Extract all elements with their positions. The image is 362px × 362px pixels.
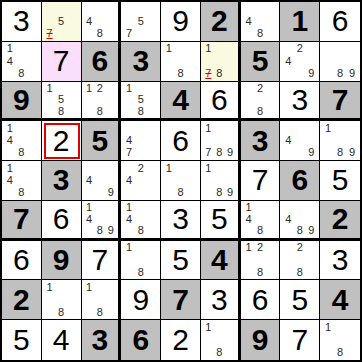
cell-r5c1[interactable]: 148 xyxy=(2,161,42,201)
candidate-1: 1 xyxy=(322,122,334,134)
candidate-grid: 48 xyxy=(241,2,280,41)
cell-r6c4[interactable]: 148 xyxy=(121,201,161,241)
cell-r4c9[interactable]: 189 xyxy=(320,121,360,161)
empty-candidate-slot xyxy=(84,94,95,106)
candidate-8: 8 xyxy=(135,106,147,118)
empty-candidate-slot xyxy=(306,43,318,55)
cell-r5c5[interactable]: 18 xyxy=(161,161,201,201)
cell-r9c6[interactable]: 18 xyxy=(201,320,241,360)
empty-candidate-slot xyxy=(334,55,346,67)
given-digit: 5 xyxy=(92,126,109,156)
empty-candidate-slot xyxy=(163,55,175,67)
solved-digit: 6 xyxy=(13,245,30,275)
empty-candidate-slot xyxy=(322,55,334,67)
empty-candidate-slot xyxy=(186,43,198,55)
candidate-grid: 18 xyxy=(82,280,119,319)
empty-candidate-slot xyxy=(135,135,147,147)
cell-r3c3[interactable]: 128 xyxy=(82,82,122,122)
empty-candidate-slot xyxy=(147,135,159,147)
candidate-9: 9 xyxy=(105,225,116,237)
candidate-grid: 249 xyxy=(280,42,319,81)
given-digit: 4 xyxy=(211,245,228,275)
empty-candidate-slot xyxy=(67,294,79,306)
empty-candidate-slot xyxy=(84,162,95,174)
candidate-5: 5 xyxy=(55,15,67,27)
candidate-grid: 49 xyxy=(82,161,119,200)
cell-r8c2[interactable]: 18 xyxy=(42,280,82,320)
empty-candidate-slot xyxy=(16,135,28,147)
cell-r5c8[interactable]: 6 xyxy=(280,161,320,201)
empty-candidate-slot xyxy=(175,43,187,55)
solved-digit: 6 xyxy=(211,85,228,115)
empty-candidate-slot xyxy=(294,147,306,159)
cell-r4c8[interactable]: 49 xyxy=(280,121,320,161)
solved-digit: 3 xyxy=(211,285,228,315)
candidate-8: 8 xyxy=(16,147,28,159)
empty-candidate-slot xyxy=(214,174,225,186)
cell-r2c1[interactable]: 148 xyxy=(2,42,42,82)
empty-candidate-slot xyxy=(55,83,67,95)
solved-digit: 7 xyxy=(53,46,70,76)
candidate-8: 8 xyxy=(175,187,187,199)
cell-r2c4[interactable]: 3 xyxy=(121,42,161,82)
candidate-8: 8 xyxy=(334,147,346,159)
candidate-4: 4 xyxy=(4,55,16,67)
cell-r7c7[interactable]: 128 xyxy=(241,241,281,281)
cell-r8c8[interactable]: 5 xyxy=(280,280,320,320)
cell-r7c2[interactable]: 9 xyxy=(42,241,82,281)
cell-r8c7[interactable]: 6 xyxy=(241,280,281,320)
candidate-4: 4 xyxy=(4,135,16,147)
empty-candidate-slot xyxy=(27,55,39,67)
empty-candidate-slot xyxy=(254,3,266,15)
given-digit: 9 xyxy=(252,325,269,355)
empty-candidate-slot xyxy=(27,174,39,186)
cell-r8c9[interactable]: 4 xyxy=(320,280,360,320)
candidate-5: 5 xyxy=(55,94,67,106)
candidate-8: 8 xyxy=(135,225,147,237)
cell-r7c5[interactable]: 5 xyxy=(161,241,201,281)
candidate-1: 1 xyxy=(84,202,95,214)
cell-r1c1[interactable]: 3 xyxy=(2,2,42,42)
candidate-4: 4 xyxy=(243,213,255,225)
candidate-1: 1 xyxy=(123,83,135,95)
empty-candidate-slot xyxy=(105,306,116,318)
candidate-1: 1 xyxy=(243,202,255,214)
empty-candidate-slot xyxy=(135,174,147,186)
candidate-1: 1 xyxy=(4,162,16,174)
empty-candidate-slot xyxy=(186,55,198,67)
empty-candidate-slot xyxy=(186,67,198,79)
candidate-8: 8 xyxy=(175,67,187,79)
empty-candidate-slot xyxy=(147,162,159,174)
candidate-2: 2 xyxy=(135,162,147,174)
empty-candidate-slot xyxy=(322,346,334,359)
candidate-1: 1 xyxy=(4,43,16,55)
candidate-4: 4 xyxy=(282,213,294,225)
empty-candidate-slot xyxy=(243,28,255,40)
cell-r1c3[interactable]: 48 xyxy=(82,2,122,42)
candidate-grid: 28 xyxy=(241,82,280,119)
empty-candidate-slot xyxy=(282,266,294,278)
cell-r1c8[interactable]: 1 xyxy=(280,2,320,42)
candidate-8: 8 xyxy=(135,266,147,278)
solved-digit: 3 xyxy=(332,245,349,275)
empty-candidate-slot xyxy=(266,94,278,106)
candidate-9: 9 xyxy=(306,147,318,159)
cell-r3c8[interactable]: 3 xyxy=(280,82,320,122)
empty-candidate-slot xyxy=(334,334,346,347)
candidate-1: 1 xyxy=(203,43,214,55)
empty-candidate-slot xyxy=(254,213,266,225)
candidate-grid: 158 xyxy=(121,82,160,119)
empty-candidate-slot xyxy=(147,28,159,40)
cell-r7c9[interactable]: 3 xyxy=(320,241,360,281)
cell-r5c9[interactable]: 5 xyxy=(320,161,360,201)
empty-candidate-slot xyxy=(147,15,159,27)
empty-candidate-slot xyxy=(84,187,95,199)
empty-candidate-slot xyxy=(27,187,39,199)
empty-candidate-slot xyxy=(135,28,147,40)
empty-candidate-slot xyxy=(322,147,334,159)
cell-r4c6[interactable]: 1789 xyxy=(201,121,241,161)
cell-r3c1[interactable]: 9 xyxy=(2,82,42,122)
empty-candidate-slot xyxy=(27,162,39,174)
empty-candidate-slot xyxy=(4,187,16,199)
cell-r4c5[interactable]: 6 xyxy=(161,121,201,161)
empty-candidate-slot xyxy=(123,225,135,237)
cell-r9c9[interactable]: 18 xyxy=(320,320,360,360)
solved-digit: 2 xyxy=(172,325,189,355)
given-digit: 6 xyxy=(291,165,308,195)
cell-r5c2[interactable]: 3 xyxy=(42,161,82,201)
cell-r9c3[interactable]: 3 xyxy=(82,320,122,360)
empty-candidate-slot xyxy=(123,266,135,278)
empty-candidate-slot xyxy=(67,28,79,40)
candidate-8: 8 xyxy=(254,225,266,237)
given-digit: 6 xyxy=(132,325,149,355)
empty-candidate-slot xyxy=(334,135,346,147)
empty-candidate-slot xyxy=(186,187,198,199)
cell-r6c1[interactable]: 7 xyxy=(2,201,42,241)
candidate-grid: 57 xyxy=(42,2,81,41)
candidate-grid: 1789 xyxy=(201,121,238,160)
empty-candidate-slot xyxy=(147,122,159,134)
candidate-grid: 47 xyxy=(121,121,160,160)
cell-r2c5[interactable]: 18 xyxy=(161,42,201,82)
empty-candidate-slot xyxy=(214,135,225,147)
empty-candidate-slot xyxy=(254,254,266,266)
cell-r5c6[interactable]: 189 xyxy=(201,161,241,201)
cell-r9c4[interactable]: 6 xyxy=(121,320,161,360)
cell-r4c2[interactable]: 2 xyxy=(42,121,82,161)
empty-candidate-slot xyxy=(214,43,225,55)
empty-candidate-slot xyxy=(44,3,56,15)
cell-r3c2[interactable]: 158 xyxy=(42,82,82,122)
given-digit: 5 xyxy=(252,46,269,76)
empty-candidate-slot xyxy=(322,334,334,347)
cell-r7c6[interactable]: 4 xyxy=(201,241,241,281)
candidate-grid: 49 xyxy=(280,121,319,160)
empty-candidate-slot xyxy=(105,294,116,306)
candidate-8: 8 xyxy=(94,28,105,40)
cell-r3c5[interactable]: 4 xyxy=(161,82,201,122)
given-digit: 3 xyxy=(92,325,109,355)
solved-digit: 5 xyxy=(13,325,30,355)
candidate-8: 8 xyxy=(214,67,225,79)
empty-candidate-slot xyxy=(306,254,318,266)
cell-r9c8[interactable]: 7 xyxy=(280,320,320,360)
empty-candidate-slot xyxy=(175,162,187,174)
candidate-8: 8 xyxy=(294,266,306,278)
candidate-grid: 18 xyxy=(161,42,200,81)
empty-candidate-slot xyxy=(147,213,159,225)
cell-r9c2[interactable]: 4 xyxy=(42,320,82,360)
candidate-grid: 158 xyxy=(42,82,81,119)
cell-r5c4[interactable]: 24 xyxy=(121,161,161,201)
candidate-1: 1 xyxy=(203,162,214,174)
empty-candidate-slot xyxy=(44,294,56,306)
cell-r8c4[interactable]: 9 xyxy=(121,280,161,320)
given-digit: 3 xyxy=(53,165,70,195)
solved-digit: 7 xyxy=(252,165,269,195)
empty-candidate-slot xyxy=(175,174,187,186)
cell-r8c1[interactable]: 2 xyxy=(2,280,42,320)
cell-r6c5[interactable]: 3 xyxy=(161,201,201,241)
empty-candidate-slot xyxy=(225,55,236,67)
empty-candidate-slot xyxy=(225,67,236,79)
cell-r6c9[interactable]: 2 xyxy=(320,201,360,241)
candidate-2: 2 xyxy=(254,242,266,254)
candidate-grid: 189 xyxy=(320,121,360,160)
cell-r1c5[interactable]: 9 xyxy=(161,2,201,42)
empty-candidate-slot xyxy=(67,15,79,27)
empty-candidate-slot xyxy=(266,254,278,266)
solved-digit: 5 xyxy=(172,245,189,275)
candidate-1: 1 xyxy=(163,162,175,174)
empty-candidate-slot xyxy=(306,135,318,147)
candidate-grid: 28 xyxy=(280,241,319,280)
candidate-1: 1 xyxy=(44,281,56,293)
cell-r1c7[interactable]: 48 xyxy=(241,2,281,42)
candidate-8: 8 xyxy=(94,225,105,237)
empty-candidate-slot xyxy=(147,147,159,159)
candidate-2: 2 xyxy=(294,242,306,254)
cell-r7c8[interactable]: 28 xyxy=(280,241,320,281)
candidate-8: 8 xyxy=(16,67,28,79)
candidate-4: 4 xyxy=(123,135,135,147)
cell-r3c7[interactable]: 28 xyxy=(241,82,281,122)
empty-candidate-slot xyxy=(55,3,67,15)
cell-r8c5[interactable]: 7 xyxy=(161,280,201,320)
empty-candidate-slot xyxy=(135,254,147,266)
cell-r6c3[interactable]: 1489 xyxy=(82,201,122,241)
empty-candidate-slot xyxy=(266,83,278,95)
candidate-grid: 489 xyxy=(280,201,319,238)
candidate-grid: 148 xyxy=(2,161,41,200)
empty-candidate-slot xyxy=(44,94,56,106)
cell-r2c3[interactable]: 6 xyxy=(82,42,122,82)
cell-r2c9[interactable]: 89 xyxy=(320,42,360,82)
cell-r3c9[interactable]: 7 xyxy=(320,82,360,122)
empty-candidate-slot xyxy=(147,266,159,278)
cell-r6c2[interactable]: 6 xyxy=(42,201,82,241)
empty-candidate-slot xyxy=(135,3,147,15)
candidate-grid: 24 xyxy=(121,161,160,200)
candidate-7: 7 xyxy=(203,147,214,159)
cell-r8c6[interactable]: 3 xyxy=(201,280,241,320)
empty-candidate-slot xyxy=(123,3,135,15)
solved-digit: 9 xyxy=(132,285,149,315)
cell-r6c7[interactable]: 148 xyxy=(241,201,281,241)
cell-r3c4[interactable]: 158 xyxy=(121,82,161,122)
empty-candidate-slot xyxy=(123,254,135,266)
empty-candidate-slot xyxy=(203,174,214,186)
cell-r1c6[interactable]: 2 xyxy=(201,2,241,42)
candidate-grid: 178 xyxy=(201,42,238,81)
cell-r8c3[interactable]: 18 xyxy=(82,280,122,320)
empty-candidate-slot xyxy=(225,334,236,347)
empty-candidate-slot xyxy=(84,106,95,118)
empty-candidate-slot xyxy=(84,225,95,237)
solved-digit: 5 xyxy=(211,204,228,234)
empty-candidate-slot xyxy=(282,225,294,237)
candidate-1: 1 xyxy=(322,321,334,334)
empty-candidate-slot xyxy=(214,321,225,334)
candidate-4: 4 xyxy=(4,174,16,186)
empty-candidate-slot xyxy=(105,15,116,27)
empty-candidate-slot xyxy=(4,147,16,159)
candidate-grid: 18 xyxy=(42,280,81,319)
candidate-9: 9 xyxy=(225,147,236,159)
cell-r4c1[interactable]: 148 xyxy=(2,121,42,161)
given-digit: 4 xyxy=(332,285,349,315)
empty-candidate-slot xyxy=(346,135,358,147)
empty-candidate-slot xyxy=(135,242,147,254)
cell-r7c1[interactable]: 6 xyxy=(2,241,42,281)
empty-candidate-slot xyxy=(243,83,255,95)
cell-r4c3[interactable]: 5 xyxy=(82,121,122,161)
solved-digit: 3 xyxy=(291,85,308,115)
given-digit: 7 xyxy=(172,285,189,315)
empty-candidate-slot xyxy=(27,147,39,159)
empty-candidate-slot xyxy=(123,94,135,106)
empty-candidate-slot xyxy=(266,213,278,225)
empty-candidate-slot xyxy=(266,28,278,40)
cell-r9c7[interactable]: 9 xyxy=(241,320,281,360)
candidate-grid: 1489 xyxy=(82,201,119,238)
candidate-8: 8 xyxy=(294,225,306,237)
cell-r4c7[interactable]: 3 xyxy=(241,121,281,161)
empty-candidate-slot xyxy=(105,83,116,95)
cell-r9c1[interactable]: 5 xyxy=(2,320,42,360)
empty-candidate-slot xyxy=(16,43,28,55)
candidate-1: 1 xyxy=(243,242,255,254)
empty-candidate-slot xyxy=(147,3,159,15)
cell-r2c2[interactable]: 7 xyxy=(42,42,82,82)
candidate-1: 1 xyxy=(4,122,16,134)
empty-candidate-slot xyxy=(294,202,306,214)
candidate-1: 1 xyxy=(203,122,214,134)
given-digit: 7 xyxy=(332,85,349,115)
candidate-1: 1 xyxy=(203,321,214,334)
cell-r5c7[interactable]: 7 xyxy=(241,161,281,201)
candidate-8: 8 xyxy=(254,28,266,40)
empty-candidate-slot xyxy=(225,122,236,134)
cell-r5c3[interactable]: 49 xyxy=(82,161,122,201)
empty-candidate-slot xyxy=(123,187,135,199)
candidate-4: 4 xyxy=(282,135,294,147)
empty-candidate-slot xyxy=(105,3,116,15)
solved-digit: 6 xyxy=(53,204,70,234)
empty-candidate-slot xyxy=(254,202,266,214)
empty-candidate-slot xyxy=(225,346,236,359)
cell-r4c4[interactable]: 47 xyxy=(121,121,161,161)
candidate-9: 9 xyxy=(306,67,318,79)
empty-candidate-slot xyxy=(105,202,116,214)
cell-r2c6[interactable]: 178 xyxy=(201,42,241,82)
empty-candidate-slot xyxy=(243,3,255,15)
cell-r2c8[interactable]: 249 xyxy=(280,42,320,82)
given-digit: 9 xyxy=(53,245,70,275)
candidate-8: 8 xyxy=(55,306,67,318)
cell-r1c4[interactable]: 57 xyxy=(121,2,161,42)
candidate-8: 8 xyxy=(214,187,225,199)
cell-r6c6[interactable]: 5 xyxy=(201,201,241,241)
empty-candidate-slot xyxy=(105,28,116,40)
empty-candidate-slot xyxy=(94,281,105,293)
candidate-9: 9 xyxy=(306,225,318,237)
candidate-1: 1 xyxy=(84,281,95,293)
empty-candidate-slot xyxy=(163,187,175,199)
cell-r7c4[interactable]: 18 xyxy=(121,241,161,281)
empty-candidate-slot xyxy=(282,202,294,214)
cell-r3c6[interactable]: 6 xyxy=(201,82,241,122)
sudoku-board: 3574857924816148763181785249899158128158… xyxy=(0,0,362,362)
candidate-grid: 148 xyxy=(2,121,41,160)
cell-r1c2[interactable]: 57 xyxy=(42,2,82,42)
cell-r6c8[interactable]: 489 xyxy=(280,201,320,241)
empty-candidate-slot xyxy=(123,106,135,118)
empty-candidate-slot xyxy=(266,202,278,214)
cell-r7c3[interactable]: 7 xyxy=(82,241,122,281)
empty-candidate-slot xyxy=(67,83,79,95)
cell-r9c5[interactable]: 2 xyxy=(161,320,201,360)
empty-candidate-slot xyxy=(67,281,79,293)
empty-candidate-slot xyxy=(123,162,135,174)
candidate-grid: 18 xyxy=(320,320,360,360)
empty-candidate-slot xyxy=(84,3,95,15)
empty-candidate-slot xyxy=(27,43,39,55)
empty-candidate-slot xyxy=(243,254,255,266)
empty-candidate-slot xyxy=(27,135,39,147)
candidate-grid: 148 xyxy=(121,201,160,238)
candidate-grid: 18 xyxy=(121,241,160,280)
empty-candidate-slot xyxy=(16,122,28,134)
empty-candidate-slot xyxy=(346,321,358,334)
cell-r2c7[interactable]: 5 xyxy=(241,42,281,82)
empty-candidate-slot xyxy=(282,254,294,266)
empty-candidate-slot xyxy=(203,187,214,199)
candidate-grid: 48 xyxy=(82,2,119,41)
empty-candidate-slot xyxy=(67,3,79,15)
empty-candidate-slot xyxy=(306,266,318,278)
candidate-8: 8 xyxy=(55,106,67,118)
cell-r1c9[interactable]: 6 xyxy=(320,2,360,42)
empty-candidate-slot xyxy=(186,162,198,174)
empty-candidate-slot xyxy=(294,254,306,266)
empty-candidate-slot xyxy=(135,147,147,159)
